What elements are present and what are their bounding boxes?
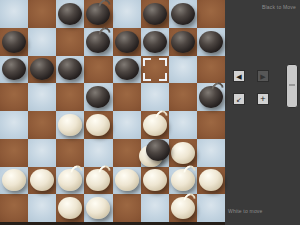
forward-arrow-icon: ▶ bbox=[260, 73, 265, 80]
side-panel: Black to Move ◀ ▶ ↙ + White to move bbox=[225, 0, 300, 225]
square-r1c7[interactable] bbox=[197, 28, 225, 56]
black-piece[interactable] bbox=[58, 3, 82, 25]
square-r2c1[interactable] bbox=[28, 56, 56, 84]
black-piece-king[interactable] bbox=[86, 31, 110, 53]
white-piece-king[interactable] bbox=[58, 169, 82, 191]
square-r5c3[interactable] bbox=[84, 139, 112, 167]
black-piece[interactable] bbox=[143, 3, 167, 25]
square-r1c5[interactable] bbox=[141, 28, 169, 56]
white-piece[interactable] bbox=[199, 169, 223, 191]
black-piece[interactable] bbox=[30, 58, 54, 80]
square-r0c1[interactable] bbox=[28, 0, 56, 28]
black-piece[interactable] bbox=[199, 31, 223, 53]
square-r6c1[interactable] bbox=[28, 167, 56, 195]
square-r6c7[interactable] bbox=[197, 167, 225, 195]
square-r2c3[interactable] bbox=[84, 56, 112, 84]
back-button[interactable]: ◀ bbox=[233, 70, 245, 82]
square-r5c0[interactable] bbox=[0, 139, 28, 167]
white-piece-king[interactable] bbox=[171, 197, 195, 219]
white-piece-king[interactable] bbox=[143, 114, 167, 136]
plus-button[interactable]: + bbox=[257, 93, 269, 105]
square-r2c0[interactable] bbox=[0, 56, 28, 84]
square-r7c6[interactable] bbox=[169, 194, 197, 222]
square-r6c2[interactable] bbox=[56, 167, 84, 195]
square-r6c4[interactable] bbox=[113, 167, 141, 195]
square-r3c3[interactable] bbox=[84, 83, 112, 111]
black-piece[interactable] bbox=[146, 139, 170, 161]
square-r2c5[interactable] bbox=[141, 56, 169, 84]
square-r6c5[interactable] bbox=[141, 167, 169, 195]
square-r7c3[interactable] bbox=[84, 194, 112, 222]
square-r2c6[interactable] bbox=[169, 56, 197, 84]
square-r0c5[interactable] bbox=[141, 0, 169, 28]
square-r4c1[interactable] bbox=[28, 111, 56, 139]
black-piece-king[interactable] bbox=[199, 86, 223, 108]
square-r5c1[interactable] bbox=[28, 139, 56, 167]
vertical-slider[interactable] bbox=[286, 64, 298, 108]
black-piece[interactable] bbox=[2, 58, 26, 80]
app-window: Black to Move ◀ ▶ ↙ + White to move bbox=[0, 0, 300, 225]
black-piece[interactable] bbox=[115, 31, 139, 53]
square-r5c7[interactable] bbox=[197, 139, 225, 167]
square-r7c1[interactable] bbox=[28, 194, 56, 222]
square-r3c6[interactable] bbox=[169, 83, 197, 111]
square-r3c5[interactable] bbox=[141, 83, 169, 111]
forward-button[interactable]: ▶ bbox=[257, 70, 269, 82]
board-bottom-shadow bbox=[0, 222, 225, 225]
square-r1c6[interactable] bbox=[169, 28, 197, 56]
square-r4c6[interactable] bbox=[169, 111, 197, 139]
square-r1c3[interactable] bbox=[84, 28, 112, 56]
square-r0c3[interactable] bbox=[84, 0, 112, 28]
square-r6c6[interactable] bbox=[169, 167, 197, 195]
white-piece[interactable] bbox=[171, 142, 195, 164]
square-r3c0[interactable] bbox=[0, 83, 28, 111]
square-r3c7[interactable] bbox=[197, 83, 225, 111]
white-piece[interactable] bbox=[86, 197, 110, 219]
white-piece[interactable] bbox=[30, 169, 54, 191]
plus-icon: + bbox=[260, 95, 265, 104]
square-r1c1[interactable] bbox=[28, 28, 56, 56]
square-r4c0[interactable] bbox=[0, 111, 28, 139]
square-r5c5[interactable] bbox=[141, 139, 169, 167]
square-r7c7[interactable] bbox=[197, 194, 225, 222]
square-r7c5[interactable] bbox=[141, 194, 169, 222]
square-r3c1[interactable] bbox=[28, 83, 56, 111]
square-r1c0[interactable] bbox=[0, 28, 28, 56]
square-r2c7[interactable] bbox=[197, 56, 225, 84]
black-turn-status: Black to Move bbox=[262, 4, 296, 10]
square-r6c3[interactable] bbox=[84, 167, 112, 195]
square-r4c3[interactable] bbox=[84, 111, 112, 139]
square-r3c4[interactable] bbox=[113, 83, 141, 111]
black-piece[interactable] bbox=[2, 31, 26, 53]
square-r5c2[interactable] bbox=[56, 139, 84, 167]
square-r7c2[interactable] bbox=[56, 194, 84, 222]
square-r2c4[interactable] bbox=[113, 56, 141, 84]
white-piece[interactable] bbox=[143, 169, 167, 191]
black-piece[interactable] bbox=[171, 31, 195, 53]
white-piece[interactable] bbox=[86, 114, 110, 136]
diagonal-arrow-icon: ↙ bbox=[236, 96, 242, 103]
square-r4c7[interactable] bbox=[197, 111, 225, 139]
square-r4c5[interactable] bbox=[141, 111, 169, 139]
black-piece[interactable] bbox=[115, 58, 139, 80]
white-piece-king[interactable] bbox=[171, 169, 195, 191]
square-r3c2[interactable] bbox=[56, 83, 84, 111]
board bbox=[0, 0, 225, 222]
square-r1c2[interactable] bbox=[56, 28, 84, 56]
square-r6c0[interactable] bbox=[0, 167, 28, 195]
back-arrow-icon: ◀ bbox=[236, 73, 241, 80]
diagonal-arrow-button[interactable]: ↙ bbox=[233, 93, 245, 105]
black-piece[interactable] bbox=[86, 86, 110, 108]
white-piece[interactable] bbox=[2, 169, 26, 191]
white-turn-status: White to move bbox=[228, 208, 263, 214]
white-piece[interactable] bbox=[58, 197, 82, 219]
black-piece[interactable] bbox=[58, 58, 82, 80]
white-piece[interactable] bbox=[58, 114, 82, 136]
square-r0c2[interactable] bbox=[56, 0, 84, 28]
square-r5c4[interactable] bbox=[113, 139, 141, 167]
square-r7c4[interactable] bbox=[113, 194, 141, 222]
square-r0c7[interactable] bbox=[197, 0, 225, 28]
square-r7c0[interactable] bbox=[0, 194, 28, 222]
black-piece-king[interactable] bbox=[86, 3, 110, 25]
white-piece-king[interactable] bbox=[86, 169, 110, 191]
black-piece[interactable] bbox=[171, 3, 195, 25]
white-piece[interactable] bbox=[115, 169, 139, 191]
square-r0c4[interactable] bbox=[113, 0, 141, 28]
square-r0c6[interactable] bbox=[169, 0, 197, 28]
square-r0c0[interactable] bbox=[0, 0, 28, 28]
square-r2c2[interactable] bbox=[56, 56, 84, 84]
square-r1c4[interactable] bbox=[113, 28, 141, 56]
black-piece[interactable] bbox=[143, 31, 167, 53]
square-r4c4[interactable] bbox=[113, 111, 141, 139]
square-r4c2[interactable] bbox=[56, 111, 84, 139]
square-r5c6[interactable] bbox=[169, 139, 197, 167]
